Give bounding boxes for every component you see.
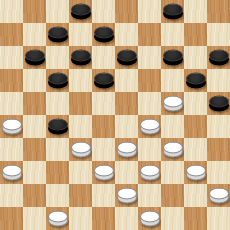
square-17[interactable] [46, 69, 69, 92]
light-square-r4c6 [138, 92, 161, 115]
square-50[interactable] [184, 207, 207, 230]
white-man[interactable] [94, 164, 114, 180]
piece-top-face [2, 118, 22, 130]
light-square-r1c5 [115, 23, 138, 46]
light-square-r5c5 [115, 115, 138, 138]
square-7[interactable] [46, 23, 69, 46]
black-man[interactable] [25, 49, 45, 65]
white-man[interactable] [209, 187, 229, 203]
light-square-r9c9 [207, 207, 230, 230]
light-square-r4c8 [184, 92, 207, 115]
square-30[interactable] [184, 115, 207, 138]
piece-top-face [209, 187, 229, 199]
black-man[interactable] [48, 26, 68, 42]
square-15[interactable] [207, 46, 230, 69]
square-4[interactable] [161, 0, 184, 23]
square-20[interactable] [184, 69, 207, 92]
square-14[interactable] [161, 46, 184, 69]
square-9[interactable] [138, 23, 161, 46]
piece-top-face [48, 26, 68, 38]
square-43[interactable] [115, 184, 138, 207]
piece-top-face [48, 118, 68, 130]
light-square-r7c1 [23, 161, 46, 184]
square-21[interactable] [23, 92, 46, 115]
piece-top-face [209, 49, 229, 61]
light-square-r0c2 [46, 0, 69, 23]
square-40[interactable] [184, 161, 207, 184]
light-square-r9c1 [23, 207, 46, 230]
piece-top-face [140, 210, 160, 222]
light-square-r7c5 [115, 161, 138, 184]
square-1[interactable] [23, 0, 46, 23]
white-man[interactable] [117, 187, 137, 203]
piece-top-face [25, 49, 45, 61]
piece-top-face [117, 49, 137, 61]
draughts-board [0, 0, 230, 230]
light-square-r6c2 [46, 138, 69, 161]
square-47[interactable] [46, 207, 69, 230]
piece-top-face [48, 210, 68, 222]
black-man[interactable] [48, 118, 68, 134]
piece-top-face [2, 164, 22, 176]
light-square-r2c0 [0, 46, 23, 69]
black-man[interactable] [48, 72, 68, 88]
light-square-r3c3 [69, 69, 92, 92]
light-square-r2c2 [46, 46, 69, 69]
light-square-r8c6 [138, 184, 161, 207]
light-square-r5c1 [23, 115, 46, 138]
light-square-r6c8 [184, 138, 207, 161]
square-44[interactable] [161, 184, 184, 207]
black-man[interactable] [94, 26, 114, 42]
light-square-r9c5 [115, 207, 138, 230]
light-square-r2c8 [184, 46, 207, 69]
square-3[interactable] [115, 0, 138, 23]
square-5[interactable] [207, 0, 230, 23]
light-square-r5c9 [207, 115, 230, 138]
square-22[interactable] [69, 92, 92, 115]
light-square-r8c2 [46, 184, 69, 207]
black-man[interactable] [71, 49, 91, 65]
light-square-r6c6 [138, 138, 161, 161]
square-29[interactable] [138, 115, 161, 138]
light-square-r2c4 [92, 46, 115, 69]
square-8[interactable] [92, 23, 115, 46]
square-38[interactable] [92, 161, 115, 184]
square-25[interactable] [207, 92, 230, 115]
light-square-r9c7 [161, 207, 184, 230]
piece-top-face [140, 118, 160, 130]
piece-top-face [94, 164, 114, 176]
light-square-r8c8 [184, 184, 207, 207]
white-man[interactable] [163, 141, 183, 157]
black-man[interactable] [209, 95, 229, 111]
light-square-r3c9 [207, 69, 230, 92]
light-square-r4c4 [92, 92, 115, 115]
square-32[interactable] [69, 138, 92, 161]
piece-top-face [186, 72, 206, 84]
piece-top-face [71, 3, 91, 15]
square-16[interactable] [0, 69, 23, 92]
piece-top-face [71, 141, 91, 153]
piece-top-face [94, 72, 114, 84]
square-49[interactable] [138, 207, 161, 230]
square-46[interactable] [0, 207, 23, 230]
piece-top-face [117, 141, 137, 153]
light-square-r0c8 [184, 0, 207, 23]
light-square-r1c9 [207, 23, 230, 46]
square-19[interactable] [138, 69, 161, 92]
square-39[interactable] [138, 161, 161, 184]
light-square-r5c3 [69, 115, 92, 138]
light-square-r3c1 [23, 69, 46, 92]
square-37[interactable] [46, 161, 69, 184]
square-28[interactable] [92, 115, 115, 138]
piece-top-face [94, 26, 114, 38]
square-11[interactable] [23, 46, 46, 69]
light-square-r9c3 [69, 207, 92, 230]
piece-top-face [71, 49, 91, 61]
light-square-r8c0 [0, 184, 23, 207]
light-square-r5c7 [161, 115, 184, 138]
light-square-r7c3 [69, 161, 92, 184]
square-48[interactable] [92, 207, 115, 230]
light-square-r0c6 [138, 0, 161, 23]
square-10[interactable] [184, 23, 207, 46]
piece-top-face [117, 187, 137, 199]
light-square-r7c9 [207, 161, 230, 184]
white-man[interactable] [71, 141, 91, 157]
black-man[interactable] [94, 72, 114, 88]
piece-top-face [163, 49, 183, 61]
piece-top-face [163, 3, 183, 15]
square-24[interactable] [161, 92, 184, 115]
light-square-r1c3 [69, 23, 92, 46]
square-34[interactable] [161, 138, 184, 161]
square-13[interactable] [115, 46, 138, 69]
square-6[interactable] [0, 23, 23, 46]
square-42[interactable] [69, 184, 92, 207]
black-man[interactable] [163, 49, 183, 65]
square-23[interactable] [115, 92, 138, 115]
light-square-r3c5 [115, 69, 138, 92]
light-square-r8c4 [92, 184, 115, 207]
white-man[interactable] [140, 164, 160, 180]
square-12[interactable] [69, 46, 92, 69]
piece-top-face [209, 95, 229, 107]
light-square-r1c1 [23, 23, 46, 46]
piece-top-face [140, 164, 160, 176]
square-33[interactable] [115, 138, 138, 161]
light-square-r1c7 [161, 23, 184, 46]
white-man[interactable] [140, 210, 160, 226]
square-2[interactable] [69, 0, 92, 23]
light-square-r4c0 [0, 92, 23, 115]
square-35[interactable] [207, 138, 230, 161]
square-27[interactable] [46, 115, 69, 138]
piece-top-face [163, 141, 183, 153]
white-man[interactable] [2, 118, 22, 134]
piece-top-face [48, 72, 68, 84]
black-man[interactable] [117, 49, 137, 65]
black-man[interactable] [209, 49, 229, 65]
piece-top-face [163, 95, 183, 107]
white-man[interactable] [2, 164, 22, 180]
light-square-r7c7 [161, 161, 184, 184]
light-square-r4c2 [46, 92, 69, 115]
white-man[interactable] [186, 164, 206, 180]
square-41[interactable] [23, 184, 46, 207]
light-square-r2c6 [138, 46, 161, 69]
square-36[interactable] [0, 161, 23, 184]
light-square-r0c0 [0, 0, 23, 23]
white-man[interactable] [163, 95, 183, 111]
piece-top-face [186, 164, 206, 176]
black-man[interactable] [186, 72, 206, 88]
light-square-r6c4 [92, 138, 115, 161]
black-man[interactable] [163, 3, 183, 19]
square-31[interactable] [23, 138, 46, 161]
square-18[interactable] [92, 69, 115, 92]
white-man[interactable] [140, 118, 160, 134]
light-square-r6c0 [0, 138, 23, 161]
light-square-r3c7 [161, 69, 184, 92]
white-man[interactable] [48, 210, 68, 226]
square-45[interactable] [207, 184, 230, 207]
white-man[interactable] [117, 141, 137, 157]
light-square-r0c4 [92, 0, 115, 23]
black-man[interactable] [71, 3, 91, 19]
square-26[interactable] [0, 115, 23, 138]
